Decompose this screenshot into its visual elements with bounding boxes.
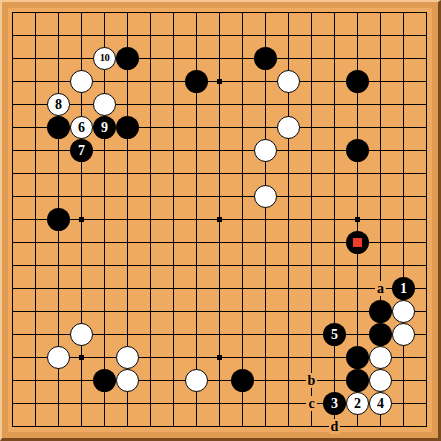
intersection[interactable] xyxy=(300,185,323,208)
intersection[interactable] xyxy=(162,300,185,323)
intersection[interactable] xyxy=(185,116,208,139)
intersection[interactable] xyxy=(93,323,116,346)
intersection[interactable] xyxy=(346,24,369,47)
intersection[interactable] xyxy=(323,1,346,24)
intersection[interactable] xyxy=(24,116,47,139)
intersection[interactable] xyxy=(208,300,231,323)
intersection[interactable] xyxy=(369,1,392,24)
intersection[interactable] xyxy=(116,346,139,369)
intersection[interactable] xyxy=(415,231,438,254)
intersection[interactable] xyxy=(254,162,277,185)
intersection[interactable] xyxy=(277,24,300,47)
intersection[interactable] xyxy=(139,1,162,24)
intersection[interactable] xyxy=(24,346,47,369)
intersection[interactable] xyxy=(47,47,70,70)
intersection[interactable] xyxy=(116,323,139,346)
intersection[interactable] xyxy=(300,415,323,438)
intersection[interactable] xyxy=(208,1,231,24)
intersection[interactable] xyxy=(392,70,415,93)
intersection[interactable] xyxy=(277,208,300,231)
intersection[interactable] xyxy=(162,277,185,300)
intersection[interactable] xyxy=(277,392,300,415)
intersection[interactable] xyxy=(346,139,369,162)
intersection[interactable] xyxy=(139,185,162,208)
intersection[interactable]: 7 xyxy=(70,139,93,162)
intersection[interactable]: 3 xyxy=(323,392,346,415)
intersection[interactable] xyxy=(277,277,300,300)
intersection[interactable] xyxy=(24,93,47,116)
intersection[interactable] xyxy=(47,116,70,139)
intersection[interactable] xyxy=(24,139,47,162)
intersection[interactable] xyxy=(231,70,254,93)
intersection[interactable] xyxy=(139,116,162,139)
intersection[interactable] xyxy=(231,277,254,300)
intersection[interactable] xyxy=(254,185,277,208)
intersection[interactable] xyxy=(1,24,24,47)
intersection[interactable] xyxy=(93,70,116,93)
intersection[interactable] xyxy=(139,277,162,300)
intersection[interactable] xyxy=(415,93,438,116)
intersection[interactable] xyxy=(185,392,208,415)
intersection[interactable] xyxy=(392,162,415,185)
intersection[interactable] xyxy=(208,116,231,139)
intersection[interactable] xyxy=(415,392,438,415)
intersection[interactable] xyxy=(208,254,231,277)
intersection[interactable] xyxy=(24,24,47,47)
intersection[interactable] xyxy=(346,1,369,24)
intersection[interactable] xyxy=(47,415,70,438)
intersection[interactable] xyxy=(231,162,254,185)
intersection[interactable] xyxy=(93,162,116,185)
intersection[interactable] xyxy=(116,415,139,438)
intersection[interactable] xyxy=(47,70,70,93)
intersection[interactable] xyxy=(415,1,438,24)
intersection[interactable] xyxy=(1,116,24,139)
intersection[interactable] xyxy=(208,208,231,231)
intersection[interactable] xyxy=(300,323,323,346)
intersection[interactable] xyxy=(47,392,70,415)
intersection[interactable] xyxy=(139,24,162,47)
intersection[interactable]: d xyxy=(323,415,346,438)
intersection[interactable] xyxy=(47,254,70,277)
intersection[interactable] xyxy=(185,346,208,369)
intersection[interactable] xyxy=(70,231,93,254)
intersection[interactable] xyxy=(162,346,185,369)
intersection[interactable] xyxy=(116,254,139,277)
intersection[interactable] xyxy=(300,47,323,70)
intersection[interactable] xyxy=(162,93,185,116)
intersection[interactable] xyxy=(346,415,369,438)
intersection[interactable] xyxy=(185,24,208,47)
intersection[interactable] xyxy=(185,415,208,438)
intersection[interactable] xyxy=(415,208,438,231)
intersection[interactable] xyxy=(24,300,47,323)
intersection[interactable] xyxy=(231,24,254,47)
intersection[interactable] xyxy=(346,369,369,392)
intersection[interactable] xyxy=(1,1,24,24)
intersection[interactable]: 9 xyxy=(93,116,116,139)
intersection[interactable] xyxy=(1,277,24,300)
intersection[interactable] xyxy=(277,415,300,438)
intersection[interactable] xyxy=(93,300,116,323)
intersection[interactable]: 10 xyxy=(93,47,116,70)
intersection[interactable] xyxy=(116,93,139,116)
intersection[interactable] xyxy=(369,47,392,70)
intersection[interactable] xyxy=(1,323,24,346)
intersection[interactable] xyxy=(47,185,70,208)
intersection[interactable] xyxy=(323,47,346,70)
intersection[interactable] xyxy=(231,254,254,277)
intersection[interactable] xyxy=(415,369,438,392)
intersection[interactable] xyxy=(369,300,392,323)
intersection[interactable] xyxy=(93,346,116,369)
intersection[interactable]: 4 xyxy=(369,392,392,415)
intersection[interactable] xyxy=(116,162,139,185)
intersection[interactable] xyxy=(254,323,277,346)
intersection[interactable] xyxy=(323,139,346,162)
intersection[interactable] xyxy=(185,70,208,93)
intersection[interactable] xyxy=(70,208,93,231)
intersection[interactable] xyxy=(254,70,277,93)
intersection[interactable] xyxy=(24,185,47,208)
intersection[interactable] xyxy=(1,415,24,438)
intersection[interactable] xyxy=(1,346,24,369)
intersection[interactable] xyxy=(300,346,323,369)
intersection[interactable] xyxy=(369,139,392,162)
intersection[interactable] xyxy=(47,346,70,369)
intersection[interactable] xyxy=(415,346,438,369)
intersection[interactable] xyxy=(70,323,93,346)
intersection[interactable] xyxy=(208,47,231,70)
intersection[interactable] xyxy=(415,254,438,277)
intersection[interactable] xyxy=(231,415,254,438)
intersection[interactable] xyxy=(346,346,369,369)
intersection[interactable] xyxy=(392,392,415,415)
intersection[interactable] xyxy=(70,415,93,438)
intersection[interactable] xyxy=(93,277,116,300)
intersection[interactable] xyxy=(346,277,369,300)
intersection[interactable] xyxy=(231,323,254,346)
intersection[interactable] xyxy=(254,369,277,392)
intersection[interactable] xyxy=(24,323,47,346)
intersection[interactable] xyxy=(24,277,47,300)
intersection[interactable] xyxy=(415,185,438,208)
intersection[interactable] xyxy=(254,139,277,162)
intersection[interactable]: 6 xyxy=(70,116,93,139)
intersection[interactable] xyxy=(47,208,70,231)
intersection[interactable] xyxy=(47,139,70,162)
intersection[interactable] xyxy=(415,116,438,139)
intersection[interactable] xyxy=(139,392,162,415)
intersection[interactable] xyxy=(1,300,24,323)
intersection[interactable] xyxy=(139,162,162,185)
intersection[interactable] xyxy=(24,392,47,415)
intersection[interactable] xyxy=(185,300,208,323)
intersection[interactable] xyxy=(346,116,369,139)
intersection[interactable] xyxy=(231,346,254,369)
intersection[interactable] xyxy=(323,208,346,231)
intersection[interactable] xyxy=(277,116,300,139)
intersection[interactable] xyxy=(277,231,300,254)
intersection[interactable] xyxy=(70,346,93,369)
intersection[interactable] xyxy=(70,24,93,47)
intersection[interactable] xyxy=(277,369,300,392)
intersection[interactable] xyxy=(185,1,208,24)
intersection[interactable] xyxy=(323,93,346,116)
intersection[interactable] xyxy=(185,93,208,116)
intersection[interactable] xyxy=(139,93,162,116)
intersection[interactable] xyxy=(116,208,139,231)
intersection[interactable] xyxy=(116,231,139,254)
intersection[interactable] xyxy=(139,208,162,231)
intersection[interactable] xyxy=(116,116,139,139)
intersection[interactable] xyxy=(208,277,231,300)
intersection[interactable] xyxy=(254,231,277,254)
intersection[interactable]: 2 xyxy=(346,392,369,415)
intersection[interactable] xyxy=(162,369,185,392)
intersection[interactable] xyxy=(93,1,116,24)
intersection[interactable] xyxy=(300,70,323,93)
intersection[interactable] xyxy=(300,139,323,162)
intersection[interactable] xyxy=(300,1,323,24)
intersection[interactable] xyxy=(254,116,277,139)
intersection[interactable] xyxy=(139,300,162,323)
intersection[interactable] xyxy=(392,231,415,254)
intersection[interactable] xyxy=(254,300,277,323)
intersection[interactable] xyxy=(254,254,277,277)
intersection[interactable] xyxy=(277,93,300,116)
intersection[interactable] xyxy=(93,93,116,116)
intersection[interactable] xyxy=(231,139,254,162)
intersection[interactable] xyxy=(70,1,93,24)
intersection[interactable] xyxy=(323,369,346,392)
intersection[interactable] xyxy=(162,254,185,277)
intersection[interactable] xyxy=(369,185,392,208)
intersection[interactable] xyxy=(208,70,231,93)
intersection[interactable] xyxy=(254,415,277,438)
intersection[interactable] xyxy=(93,24,116,47)
intersection[interactable] xyxy=(300,24,323,47)
intersection[interactable] xyxy=(346,208,369,231)
intersection[interactable] xyxy=(162,392,185,415)
intersection[interactable] xyxy=(1,162,24,185)
intersection[interactable] xyxy=(139,415,162,438)
intersection[interactable] xyxy=(162,47,185,70)
intersection[interactable] xyxy=(162,70,185,93)
intersection[interactable] xyxy=(162,24,185,47)
intersection[interactable] xyxy=(162,415,185,438)
intersection[interactable] xyxy=(24,369,47,392)
intersection[interactable] xyxy=(392,300,415,323)
intersection[interactable] xyxy=(415,415,438,438)
intersection[interactable] xyxy=(231,300,254,323)
intersection[interactable] xyxy=(139,346,162,369)
intersection[interactable] xyxy=(208,139,231,162)
intersection[interactable] xyxy=(116,70,139,93)
intersection[interactable] xyxy=(369,70,392,93)
intersection[interactable] xyxy=(392,254,415,277)
intersection[interactable] xyxy=(323,300,346,323)
intersection[interactable] xyxy=(277,185,300,208)
intersection[interactable] xyxy=(392,93,415,116)
intersection[interactable] xyxy=(392,116,415,139)
intersection[interactable] xyxy=(162,208,185,231)
intersection[interactable] xyxy=(162,185,185,208)
intersection[interactable] xyxy=(346,162,369,185)
intersection[interactable] xyxy=(415,70,438,93)
intersection[interactable] xyxy=(70,47,93,70)
intersection[interactable] xyxy=(116,139,139,162)
intersection[interactable] xyxy=(369,116,392,139)
intersection[interactable] xyxy=(277,139,300,162)
intersection[interactable] xyxy=(93,254,116,277)
intersection[interactable] xyxy=(185,369,208,392)
intersection[interactable] xyxy=(139,231,162,254)
intersection[interactable] xyxy=(47,1,70,24)
intersection[interactable] xyxy=(231,231,254,254)
intersection[interactable] xyxy=(70,392,93,415)
intersection[interactable] xyxy=(93,231,116,254)
intersection[interactable] xyxy=(185,162,208,185)
intersection[interactable] xyxy=(346,300,369,323)
intersection[interactable] xyxy=(24,208,47,231)
intersection[interactable] xyxy=(254,208,277,231)
intersection[interactable] xyxy=(369,415,392,438)
intersection[interactable] xyxy=(116,392,139,415)
intersection[interactable] xyxy=(231,116,254,139)
intersection[interactable] xyxy=(185,277,208,300)
intersection[interactable] xyxy=(208,24,231,47)
intersection[interactable] xyxy=(254,47,277,70)
intersection[interactable] xyxy=(93,139,116,162)
intersection[interactable] xyxy=(1,254,24,277)
intersection[interactable] xyxy=(24,1,47,24)
intersection[interactable] xyxy=(70,70,93,93)
intersection[interactable]: 5 xyxy=(323,323,346,346)
intersection[interactable] xyxy=(415,162,438,185)
intersection[interactable] xyxy=(24,47,47,70)
intersection[interactable] xyxy=(323,254,346,277)
intersection[interactable] xyxy=(369,93,392,116)
intersection[interactable] xyxy=(162,162,185,185)
intersection[interactable] xyxy=(70,93,93,116)
intersection[interactable] xyxy=(139,70,162,93)
intersection[interactable] xyxy=(70,277,93,300)
intersection[interactable] xyxy=(392,1,415,24)
intersection[interactable] xyxy=(70,254,93,277)
intersection[interactable] xyxy=(24,231,47,254)
intersection[interactable] xyxy=(185,208,208,231)
intersection[interactable] xyxy=(231,208,254,231)
intersection[interactable] xyxy=(346,323,369,346)
intersection[interactable] xyxy=(323,277,346,300)
intersection[interactable]: 1 xyxy=(392,277,415,300)
intersection[interactable] xyxy=(208,392,231,415)
intersection[interactable] xyxy=(369,323,392,346)
intersection[interactable] xyxy=(415,47,438,70)
intersection[interactable] xyxy=(369,208,392,231)
intersection[interactable] xyxy=(369,24,392,47)
intersection[interactable] xyxy=(116,24,139,47)
intersection[interactable] xyxy=(300,300,323,323)
intersection[interactable] xyxy=(70,300,93,323)
intersection[interactable] xyxy=(369,254,392,277)
intersection[interactable] xyxy=(185,254,208,277)
intersection[interactable] xyxy=(277,162,300,185)
intersection[interactable] xyxy=(208,162,231,185)
intersection[interactable] xyxy=(231,93,254,116)
intersection[interactable] xyxy=(116,1,139,24)
intersection[interactable] xyxy=(300,116,323,139)
intersection[interactable] xyxy=(1,392,24,415)
intersection[interactable] xyxy=(208,185,231,208)
intersection[interactable] xyxy=(231,47,254,70)
intersection[interactable] xyxy=(1,231,24,254)
intersection[interactable] xyxy=(47,369,70,392)
intersection[interactable] xyxy=(1,139,24,162)
intersection[interactable] xyxy=(300,277,323,300)
intersection[interactable] xyxy=(369,162,392,185)
intersection[interactable] xyxy=(392,47,415,70)
intersection[interactable] xyxy=(116,47,139,70)
intersection[interactable] xyxy=(346,70,369,93)
intersection[interactable] xyxy=(254,93,277,116)
intersection[interactable] xyxy=(323,231,346,254)
intersection[interactable] xyxy=(93,208,116,231)
intersection[interactable] xyxy=(116,300,139,323)
intersection[interactable] xyxy=(1,185,24,208)
intersection[interactable] xyxy=(24,70,47,93)
intersection[interactable] xyxy=(162,139,185,162)
intersection[interactable] xyxy=(139,254,162,277)
intersection[interactable] xyxy=(415,139,438,162)
intersection[interactable] xyxy=(93,415,116,438)
intersection[interactable] xyxy=(208,415,231,438)
intersection[interactable] xyxy=(162,116,185,139)
intersection[interactable] xyxy=(346,93,369,116)
intersection[interactable] xyxy=(1,47,24,70)
intersection[interactable] xyxy=(93,369,116,392)
intersection[interactable] xyxy=(24,162,47,185)
intersection[interactable] xyxy=(323,346,346,369)
intersection[interactable] xyxy=(231,369,254,392)
intersection[interactable] xyxy=(162,323,185,346)
intersection[interactable] xyxy=(116,185,139,208)
intersection[interactable] xyxy=(300,162,323,185)
intersection[interactable]: a xyxy=(369,277,392,300)
intersection[interactable] xyxy=(300,254,323,277)
intersection[interactable] xyxy=(415,323,438,346)
intersection[interactable] xyxy=(254,392,277,415)
intersection[interactable]: 8 xyxy=(47,93,70,116)
intersection[interactable] xyxy=(231,185,254,208)
intersection[interactable] xyxy=(185,47,208,70)
intersection[interactable] xyxy=(254,24,277,47)
intersection[interactable] xyxy=(346,231,369,254)
intersection[interactable] xyxy=(208,369,231,392)
intersection[interactable] xyxy=(208,346,231,369)
intersection[interactable] xyxy=(392,185,415,208)
intersection[interactable] xyxy=(139,47,162,70)
intersection[interactable] xyxy=(392,369,415,392)
intersection[interactable] xyxy=(47,24,70,47)
intersection[interactable] xyxy=(1,369,24,392)
intersection[interactable] xyxy=(1,93,24,116)
intersection[interactable] xyxy=(231,392,254,415)
intersection[interactable] xyxy=(254,1,277,24)
intersection[interactable] xyxy=(277,323,300,346)
intersection[interactable] xyxy=(70,185,93,208)
